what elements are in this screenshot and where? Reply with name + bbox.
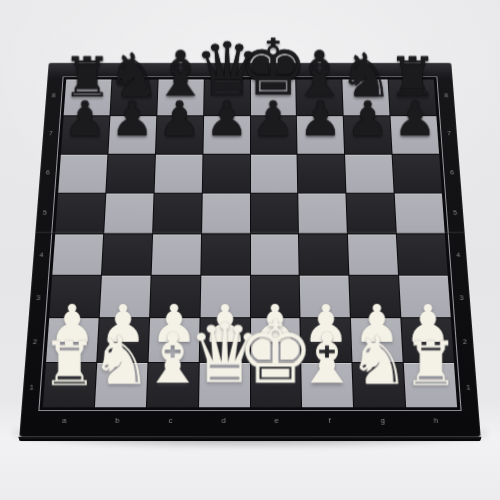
file-label-g: g	[356, 411, 410, 437]
playing-area: ♜♞♝♛♚♝♞♜♟♟♟♟♟♟♟♟♟♟♟♟♟♟♟♟♜♞♝♛♚♝♞♜	[38, 76, 461, 411]
square-a6[interactable]	[58, 154, 107, 192]
rank-label-left-3: 3	[29, 276, 49, 320]
square-c5[interactable]	[153, 194, 202, 233]
square-g1[interactable]: ♞	[353, 363, 405, 408]
square-g6[interactable]	[345, 154, 393, 192]
square-e6[interactable]	[250, 154, 297, 192]
black-pawn-f7-piece[interactable]: ♟	[299, 97, 342, 141]
square-h4[interactable]	[397, 234, 448, 275]
rank-label-right-6: 6	[443, 153, 462, 193]
file-label-e: e	[250, 411, 303, 437]
square-h7[interactable]: ♟	[391, 116, 439, 153]
square-h1[interactable]: ♜	[404, 363, 457, 408]
square-f5[interactable]	[299, 194, 348, 233]
square-d7[interactable]: ♟	[203, 116, 249, 153]
file-label-h: h	[409, 411, 464, 437]
black-pawn-d7-piece[interactable]: ♟	[205, 97, 248, 141]
square-a1[interactable]: ♜	[43, 363, 96, 408]
square-b6[interactable]	[106, 154, 154, 192]
square-a5[interactable]	[55, 194, 105, 233]
rank-label-left-6: 6	[38, 153, 57, 193]
black-pawn-g7-piece[interactable]: ♟	[346, 97, 389, 141]
board-grid: ♜♞♝♛♚♝♞♜♟♟♟♟♟♟♟♟♟♟♟♟♟♟♟♟♜♞♝♛♚♝♞♜	[43, 79, 457, 407]
square-d5[interactable]	[202, 194, 250, 233]
square-a7[interactable]: ♟	[61, 116, 109, 153]
rank-label-right-1: 1	[458, 365, 478, 412]
square-b1[interactable]: ♞	[95, 363, 147, 408]
rank-label-left-8: 8	[45, 76, 63, 114]
white-rook-a1-piece[interactable]: ♜	[42, 336, 97, 392]
file-label-a: a	[36, 411, 91, 437]
square-g7[interactable]: ♟	[344, 116, 392, 153]
square-e4[interactable]	[250, 234, 299, 275]
square-g4[interactable]	[348, 234, 398, 275]
white-knight-b1-piece[interactable]: ♞	[91, 331, 152, 393]
square-g5[interactable]	[347, 194, 396, 233]
file-label-d: d	[197, 411, 250, 437]
white-king-e1-piece[interactable]: ♚	[237, 313, 315, 393]
file-label-c: c	[143, 411, 197, 437]
black-pawn-b7-piece[interactable]: ♟	[110, 97, 153, 141]
square-f7[interactable]: ♟	[297, 116, 344, 153]
square-e7[interactable]: ♟	[250, 116, 296, 153]
square-f6[interactable]	[298, 154, 346, 192]
file-labels-bottom: abcdefgh	[36, 411, 463, 437]
square-a4[interactable]	[52, 234, 103, 275]
square-h5[interactable]	[395, 194, 445, 233]
rank-label-left-7: 7	[42, 114, 60, 153]
white-rook-h1-piece[interactable]: ♜	[403, 336, 458, 392]
square-f4[interactable]	[299, 234, 348, 275]
square-b4[interactable]	[102, 234, 152, 275]
square-e5[interactable]	[250, 194, 298, 233]
rank-label-right-5: 5	[446, 192, 465, 233]
rank-label-right-3: 3	[452, 276, 472, 320]
rank-label-left-5: 5	[35, 192, 54, 233]
product-photo-backdrop: ♜♞♝♛♚♝♞♜♟♟♟♟♟♟♟♟♟♟♟♟♟♟♟♟♜♞♝♛♚♝♞♜ 8765432…	[0, 0, 500, 500]
chess-board-scene: ♜♞♝♛♚♝♞♜♟♟♟♟♟♟♟♟♟♟♟♟♟♟♟♟♜♞♝♛♚♝♞♜ 8765432…	[35, 22, 465, 452]
square-c7[interactable]: ♟	[156, 116, 203, 153]
rank-label-right-4: 4	[449, 234, 468, 276]
square-d4[interactable]	[201, 234, 250, 275]
black-pawn-c7-piece[interactable]: ♟	[158, 97, 201, 141]
square-b7[interactable]: ♟	[108, 116, 156, 153]
square-c4[interactable]	[151, 234, 200, 275]
rank-label-left-1: 1	[21, 365, 41, 412]
rank-label-right-7: 7	[440, 114, 458, 153]
rank-label-right-8: 8	[437, 76, 455, 114]
black-pawn-a7-piece[interactable]: ♟	[63, 97, 106, 141]
file-label-f: f	[303, 411, 357, 437]
square-b5[interactable]	[104, 194, 153, 233]
square-c6[interactable]	[154, 154, 202, 192]
square-d6[interactable]	[202, 154, 249, 192]
rank-label-left-4: 4	[32, 234, 51, 276]
file-label-b: b	[90, 411, 144, 437]
black-pawn-e7-piece[interactable]: ♟	[252, 97, 295, 141]
square-h6[interactable]	[393, 154, 442, 192]
black-pawn-h7-piece[interactable]: ♟	[393, 97, 436, 141]
white-knight-g1-piece[interactable]: ♞	[349, 331, 410, 393]
square-e1[interactable]: ♚	[251, 363, 302, 408]
chess-board: ♜♞♝♛♚♝♞♜♟♟♟♟♟♟♟♟♟♟♟♟♟♟♟♟♜♞♝♛♚♝♞♜ 8765432…	[19, 63, 480, 437]
